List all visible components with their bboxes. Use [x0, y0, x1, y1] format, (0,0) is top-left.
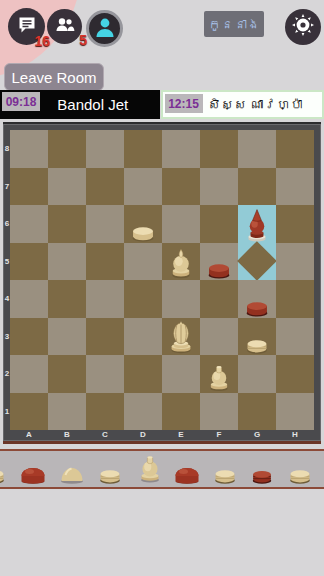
player-white-clock: 09:18: [2, 92, 40, 111]
square-a2[interactable]: [10, 355, 48, 393]
board: 87654321 ABCDEFGH: [3, 122, 321, 444]
rank-label-8: 8: [3, 130, 11, 168]
captured-white-ribbed-disc: [0, 467, 7, 484]
square-h3[interactable]: [276, 318, 314, 356]
rank-label-5: 5: [3, 243, 11, 281]
square-c1[interactable]: [86, 393, 124, 431]
square-g4[interactable]: [238, 280, 276, 318]
square-f8[interactable]: [200, 130, 238, 168]
square-e2[interactable]: [162, 355, 200, 393]
piece-white-bishop-f2[interactable]: [207, 363, 231, 392]
square-g7[interactable]: [238, 168, 276, 206]
chat-badge: 16: [34, 33, 50, 49]
piece-white-fish-d6[interactable]: [130, 224, 156, 242]
square-e7[interactable]: [162, 168, 200, 206]
square-b5[interactable]: [48, 243, 86, 281]
square-c5[interactable]: [86, 243, 124, 281]
square-g5[interactable]: [238, 243, 276, 281]
player-bars: 09:18 Bandol Jet 12:15 សិស្ស ណាវហ្ប៉ា: [0, 90, 324, 119]
square-d1[interactable]: [124, 393, 162, 431]
square-d8[interactable]: [124, 130, 162, 168]
square-h5[interactable]: [276, 243, 314, 281]
player-white-bar: 09:18 Bandol Jet: [0, 90, 160, 119]
file-label-d: D: [124, 428, 162, 440]
piece-red-king-g6[interactable]: [244, 208, 271, 242]
square-f3[interactable]: [200, 318, 238, 356]
square-e5[interactable]: [162, 243, 200, 281]
captured-red-dome-disc: [19, 464, 47, 484]
square-d2[interactable]: [124, 355, 162, 393]
piece-white-king-e3[interactable]: [168, 319, 195, 354]
square-b8[interactable]: [48, 130, 86, 168]
leave-room-button[interactable]: Leave Room: [4, 63, 104, 91]
square-f5[interactable]: [200, 243, 238, 281]
rank-label-3: 3: [3, 318, 11, 356]
captured-white-bud: [59, 463, 85, 484]
square-a6[interactable]: [10, 205, 48, 243]
captured-red-dome-disc: [173, 464, 201, 484]
profile-button[interactable]: [86, 10, 123, 47]
square-c7[interactable]: [86, 168, 124, 206]
rank-label-7: 7: [3, 168, 11, 206]
square-c8[interactable]: [86, 130, 124, 168]
captured-white-ribbed-disc: [212, 467, 238, 484]
settings-button[interactable]: [285, 9, 321, 45]
square-g8[interactable]: [238, 130, 276, 168]
file-labels: ABCDEFGH: [10, 428, 314, 440]
captured-red-ribbed-disc: [249, 468, 275, 484]
square-h1[interactable]: [276, 393, 314, 431]
square-b6[interactable]: [48, 205, 86, 243]
piece-red-fish-g4[interactable]: [244, 299, 270, 317]
piece-white-queen-e5[interactable]: [168, 247, 194, 279]
people-icon: [55, 16, 75, 38]
square-c2[interactable]: [86, 355, 124, 393]
square-e3[interactable]: [162, 318, 200, 356]
square-g1[interactable]: [238, 393, 276, 431]
player-white-name: Bandol Jet: [31, 96, 128, 113]
players-button[interactable]: 5: [47, 9, 82, 44]
move-indicator-diamond: [237, 242, 276, 281]
square-d6[interactable]: [124, 205, 162, 243]
square-f7[interactable]: [200, 168, 238, 206]
square-d3[interactable]: [124, 318, 162, 356]
rank-label-2: 2: [3, 355, 11, 393]
square-h7[interactable]: [276, 168, 314, 206]
square-a4[interactable]: [10, 280, 48, 318]
square-c6[interactable]: [86, 205, 124, 243]
square-d4[interactable]: [124, 280, 162, 318]
square-c4[interactable]: [86, 280, 124, 318]
square-b7[interactable]: [48, 168, 86, 206]
rank-label-1: 1: [3, 393, 11, 431]
square-c3[interactable]: [86, 318, 124, 356]
square-g6[interactable]: [238, 205, 276, 243]
rank-label-4: 4: [3, 280, 11, 318]
gear-icon: [292, 14, 314, 40]
square-g3[interactable]: [238, 318, 276, 356]
square-a5[interactable]: [10, 243, 48, 281]
square-f2[interactable]: [200, 355, 238, 393]
rank-labels: 87654321: [3, 130, 11, 430]
file-label-b: B: [48, 428, 86, 440]
square-a1[interactable]: [10, 393, 48, 431]
captured-white-ribbed-disc: [97, 467, 123, 484]
piece-white-promoted-fish-g3[interactable]: [244, 337, 270, 354]
players-badge: 5: [79, 32, 87, 48]
piece-red-fish-f5[interactable]: [206, 261, 232, 279]
square-d5[interactable]: [124, 243, 162, 281]
player-red-clock: 12:15: [165, 94, 203, 113]
file-label-e: E: [162, 428, 200, 440]
square-h8[interactable]: [276, 130, 314, 168]
square-g2[interactable]: [238, 355, 276, 393]
square-a8[interactable]: [10, 130, 48, 168]
app-screen: 16 5 កូននាង Leave Room 09:18 Bandol Jet …: [0, 0, 324, 576]
chat-button[interactable]: 16: [8, 8, 45, 45]
square-e6[interactable]: [162, 205, 200, 243]
profile-icon: [93, 15, 117, 43]
square-h6[interactable]: [276, 205, 314, 243]
file-label-c: C: [86, 428, 124, 440]
square-b1[interactable]: [48, 393, 86, 431]
square-e8[interactable]: [162, 130, 200, 168]
file-label-g: G: [238, 428, 276, 440]
square-a7[interactable]: [10, 168, 48, 206]
square-b2[interactable]: [48, 355, 86, 393]
file-label-f: F: [200, 428, 238, 440]
square-e4[interactable]: [162, 280, 200, 318]
rank-label-6: 6: [3, 205, 11, 243]
square-b4[interactable]: [48, 280, 86, 318]
captured-pieces-tray: [0, 449, 324, 489]
file-label-a: A: [10, 428, 48, 440]
square-b3[interactable]: [48, 318, 86, 356]
player-red-bar: 12:15 សិស្ស ណាវហ្ប៉ា: [161, 90, 324, 119]
captured-white-knob-vase: [138, 453, 163, 484]
captured-white-ribbed-disc: [287, 467, 313, 484]
file-label-h: H: [276, 428, 314, 440]
square-f1[interactable]: [200, 393, 238, 431]
square-d7[interactable]: [124, 168, 162, 206]
square-a3[interactable]: [10, 318, 48, 356]
square-f6[interactable]: [200, 205, 238, 243]
square-e1[interactable]: [162, 393, 200, 431]
square-h2[interactable]: [276, 355, 314, 393]
board-grid: [10, 130, 314, 430]
room-title: កូននាង: [204, 11, 264, 37]
square-f4[interactable]: [200, 280, 238, 318]
square-h4[interactable]: [276, 280, 314, 318]
